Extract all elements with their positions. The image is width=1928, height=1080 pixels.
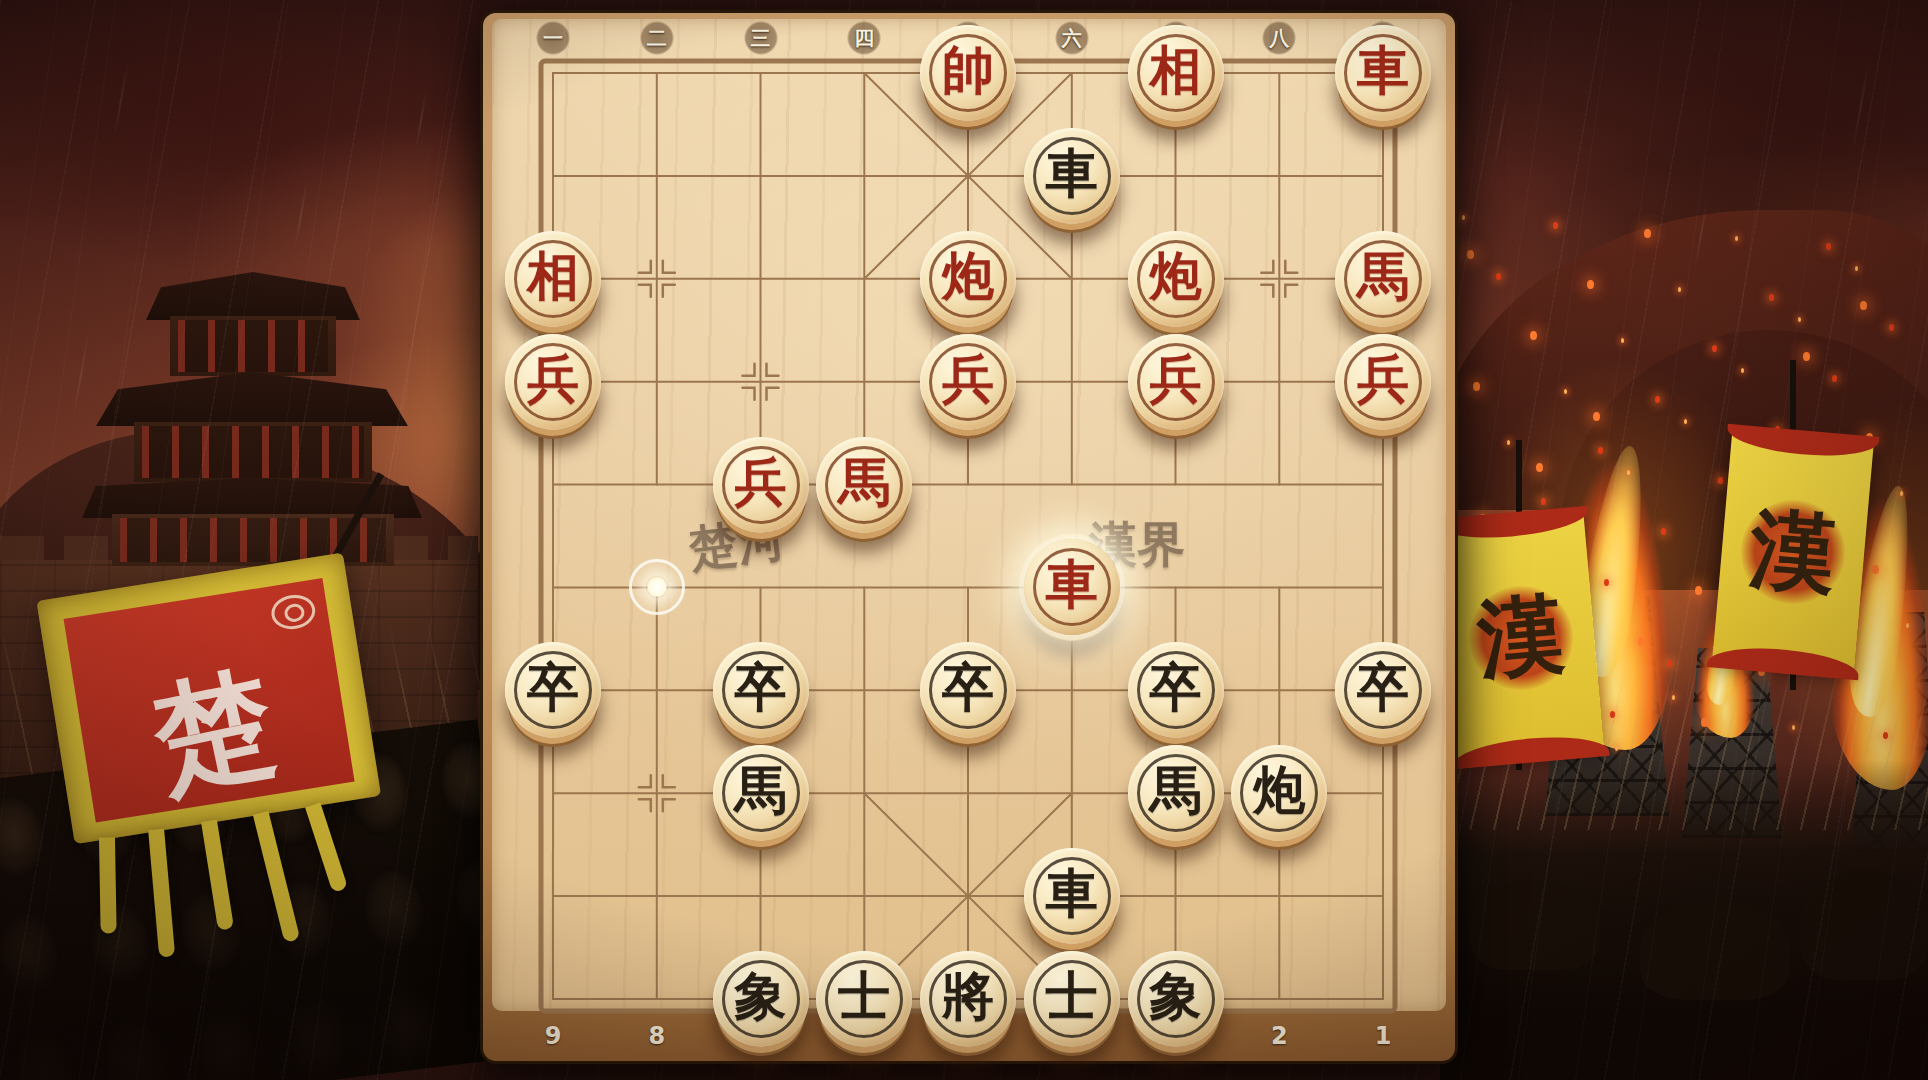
piece-glyph: 車 — [1024, 848, 1120, 944]
piece-glyph: 車 — [1335, 25, 1431, 121]
piece-glyph: 馬 — [816, 437, 912, 533]
gate-tower-pavilion — [134, 422, 372, 482]
rider-silhouette — [1640, 900, 1790, 1000]
piece-glyph: 卒 — [713, 642, 809, 738]
piece-glyph: 卒 — [1128, 642, 1224, 738]
ember — [1467, 250, 1474, 259]
piece-red-chariot[interactable]: 車 — [1024, 539, 1120, 635]
piece-glyph: 兵 — [1335, 334, 1431, 430]
rider-silhouette — [1800, 870, 1928, 980]
piece-black-elephant[interactable]: 象 — [1128, 951, 1224, 1047]
piece-glyph: 士 — [1024, 951, 1120, 1047]
piece-red-elephant[interactable]: 相 — [505, 231, 601, 327]
piece-black-advisor[interactable]: 士 — [1024, 951, 1120, 1047]
xiangqi-board[interactable]: 楚河 漢界 一二三四五六七八九987654321 帥相車車相炮炮馬兵兵兵兵兵馬車… — [480, 10, 1458, 1064]
gate-tower-pavilion — [170, 316, 336, 376]
piece-black-soldier[interactable]: 卒 — [713, 642, 809, 738]
piece-red-general[interactable]: 帥 — [920, 25, 1016, 121]
piece-glyph: 相 — [505, 231, 601, 327]
piece-glyph: 馬 — [713, 745, 809, 841]
rain-streak — [113, 60, 129, 139]
piece-glyph: 車 — [1024, 128, 1120, 224]
piece-red-cannon[interactable]: 炮 — [920, 231, 1016, 327]
piece-glyph: 兵 — [505, 334, 601, 430]
gate-tower-roof — [146, 272, 360, 320]
piece-red-soldier[interactable]: 兵 — [1128, 334, 1224, 430]
piece-black-soldier[interactable]: 卒 — [1128, 642, 1224, 738]
piece-glyph: 象 — [713, 951, 809, 1047]
piece-red-soldier[interactable]: 兵 — [920, 334, 1016, 430]
rain-streak — [415, 90, 427, 149]
piece-red-soldier[interactable]: 兵 — [713, 437, 809, 533]
piece-black-soldier[interactable]: 卒 — [920, 642, 1016, 738]
piece-red-cannon[interactable]: 炮 — [1128, 231, 1224, 327]
piece-red-horse[interactable]: 馬 — [816, 437, 912, 533]
piece-red-soldier[interactable]: 兵 — [505, 334, 601, 430]
piece-glyph: 炮 — [920, 231, 1016, 327]
piece-glyph: 車 — [1024, 539, 1120, 635]
han-banner: 漢 — [1438, 514, 1604, 761]
piece-glyph: 卒 — [505, 642, 601, 738]
piece-black-soldier[interactable]: 卒 — [1335, 642, 1431, 738]
piece-glyph: 兵 — [920, 334, 1016, 430]
piece-black-elephant[interactable]: 象 — [713, 951, 809, 1047]
piece-glyph: 兵 — [1128, 334, 1224, 430]
piece-glyph: 馬 — [1128, 745, 1224, 841]
piece-glyph: 象 — [1128, 951, 1224, 1047]
piece-black-chariot[interactable]: 車 — [1024, 128, 1120, 224]
piece-red-horse[interactable]: 馬 — [1335, 231, 1431, 327]
piece-black-horse[interactable]: 馬 — [713, 745, 809, 841]
chu-army-flag: 楚 — [36, 553, 389, 898]
piece-glyph: 馬 — [1335, 231, 1431, 327]
piece-glyph: 士 — [816, 951, 912, 1047]
piece-glyph: 卒 — [1335, 642, 1431, 738]
piece-red-elephant[interactable]: 相 — [1128, 25, 1224, 121]
piece-glyph: 將 — [920, 951, 1016, 1047]
piece-glyph: 炮 — [1231, 745, 1327, 841]
rain-streak — [294, 180, 308, 249]
piece-black-cannon[interactable]: 炮 — [1231, 745, 1327, 841]
piece-black-soldier[interactable]: 卒 — [505, 642, 601, 738]
xiangqi-game-screen: 楚 漢 漢 楚河 漢界 一二三四五六七八九987654321 帥相車車相炮炮馬兵 — [0, 0, 1928, 1080]
piece-glyph: 炮 — [1128, 231, 1224, 327]
piece-red-chariot[interactable]: 車 — [1335, 25, 1431, 121]
han-banner: 漢 — [1712, 432, 1873, 672]
piece-black-chariot[interactable]: 車 — [1024, 848, 1120, 944]
piece-glyph: 卒 — [920, 642, 1016, 738]
han-character: 漢 — [1712, 432, 1873, 672]
last-move-origin-marker — [646, 576, 668, 598]
rider-silhouette — [1470, 880, 1600, 970]
piece-black-horse[interactable]: 馬 — [1128, 745, 1224, 841]
piece-black-general[interactable]: 將 — [920, 951, 1016, 1047]
piece-red-soldier[interactable]: 兵 — [1335, 334, 1431, 430]
piece-glyph: 兵 — [713, 437, 809, 533]
han-character: 漢 — [1438, 514, 1604, 761]
rain-streak — [72, 331, 90, 420]
pieces-layer: 帥相車車相炮炮馬兵兵兵兵兵馬車卒卒卒卒卒馬馬炮車象士將士象 — [483, 13, 1455, 1061]
piece-glyph: 帥 — [920, 25, 1016, 121]
ember — [1462, 215, 1465, 220]
flag-streamer — [99, 837, 117, 933]
piece-black-advisor[interactable]: 士 — [816, 951, 912, 1047]
piece-glyph: 相 — [1128, 25, 1224, 121]
